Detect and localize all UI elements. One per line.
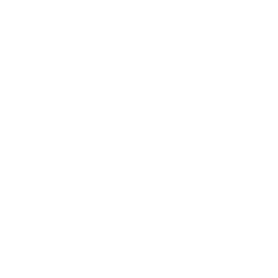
chess-scene	[0, 0, 278, 278]
chess-set-product-photo[interactable]	[0, 0, 278, 278]
